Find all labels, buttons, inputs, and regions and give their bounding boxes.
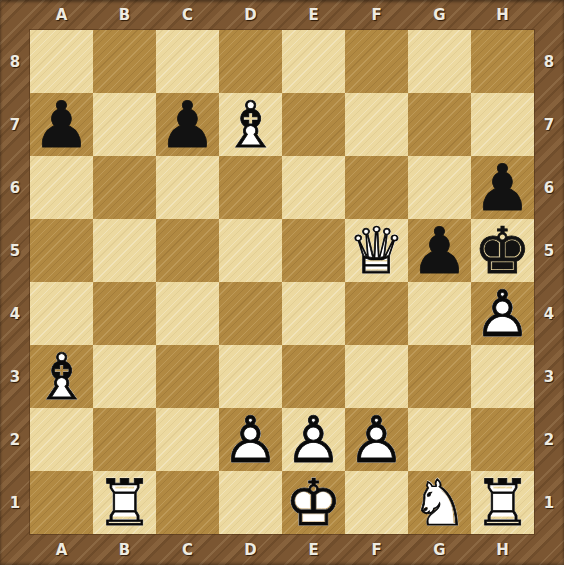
- file-label-top-a: A: [30, 0, 93, 30]
- chessboard-app: ABCDEFGH ABCDEFGH 87654321 87654321 ♟♟♝♗…: [0, 0, 564, 565]
- file-label-bottom-a: A: [30, 534, 93, 565]
- square-a4[interactable]: [30, 282, 93, 345]
- square-c7[interactable]: ♟: [156, 93, 219, 156]
- square-h1[interactable]: ♜♖: [471, 471, 534, 534]
- square-e2[interactable]: ♟♙: [282, 408, 345, 471]
- rank-label-left-1: 1: [0, 471, 30, 534]
- white-rook-outline: ♖: [93, 471, 156, 534]
- rank-label-right-7: 7: [534, 93, 564, 156]
- rank-label-left-4: 4: [0, 282, 30, 345]
- square-g5[interactable]: ♟: [408, 219, 471, 282]
- white-king-outline: ♔: [282, 471, 345, 534]
- square-b1[interactable]: ♜♖: [93, 471, 156, 534]
- square-f7[interactable]: [345, 93, 408, 156]
- square-g2[interactable]: [408, 408, 471, 471]
- black-pawn[interactable]: ♟: [156, 93, 219, 156]
- square-c6[interactable]: [156, 156, 219, 219]
- white-rook[interactable]: ♜♖: [471, 471, 534, 534]
- square-a5[interactable]: [30, 219, 93, 282]
- square-a2[interactable]: [30, 408, 93, 471]
- white-pawn-outline: ♙: [282, 408, 345, 471]
- white-rook-outline: ♖: [471, 471, 534, 534]
- square-c2[interactable]: [156, 408, 219, 471]
- square-c8[interactable]: [156, 30, 219, 93]
- square-c4[interactable]: [156, 282, 219, 345]
- white-knight-outline: ♘: [408, 471, 471, 534]
- square-c3[interactable]: [156, 345, 219, 408]
- rank-label-right-8: 8: [534, 30, 564, 93]
- file-label-bottom-e: E: [282, 534, 345, 565]
- file-labels-top: ABCDEFGH: [30, 0, 534, 30]
- white-pawn[interactable]: ♟♙: [345, 408, 408, 471]
- square-c5[interactable]: [156, 219, 219, 282]
- square-d2[interactable]: ♟♙: [219, 408, 282, 471]
- square-h5[interactable]: ♚: [471, 219, 534, 282]
- square-a8[interactable]: [30, 30, 93, 93]
- file-label-top-c: C: [156, 0, 219, 30]
- rank-labels-right: 87654321: [534, 30, 564, 534]
- square-a7[interactable]: ♟: [30, 93, 93, 156]
- white-bishop-outline: ♗: [219, 93, 282, 156]
- file-label-bottom-f: F: [345, 534, 408, 565]
- white-pawn-outline: ♙: [471, 282, 534, 345]
- rank-label-right-5: 5: [534, 219, 564, 282]
- rank-label-left-8: 8: [0, 30, 30, 93]
- black-pawn[interactable]: ♟: [471, 156, 534, 219]
- black-king[interactable]: ♚: [471, 219, 534, 282]
- square-g4[interactable]: [408, 282, 471, 345]
- square-a3[interactable]: ♝♗: [30, 345, 93, 408]
- square-h2[interactable]: [471, 408, 534, 471]
- square-h7[interactable]: [471, 93, 534, 156]
- square-h4[interactable]: ♟♙: [471, 282, 534, 345]
- white-rook[interactable]: ♜♖: [93, 471, 156, 534]
- file-label-top-b: B: [93, 0, 156, 30]
- square-e5[interactable]: [282, 219, 345, 282]
- square-e3[interactable]: [282, 345, 345, 408]
- black-pawn-glyph: ♟: [408, 219, 471, 282]
- rank-label-left-5: 5: [0, 219, 30, 282]
- file-label-top-d: D: [219, 0, 282, 30]
- square-c1[interactable]: [156, 471, 219, 534]
- rank-label-left-2: 2: [0, 408, 30, 471]
- rank-label-left-7: 7: [0, 93, 30, 156]
- square-h6[interactable]: ♟: [471, 156, 534, 219]
- square-h3[interactable]: [471, 345, 534, 408]
- square-b6[interactable]: [93, 156, 156, 219]
- square-g8[interactable]: [408, 30, 471, 93]
- white-pawn[interactable]: ♟♙: [282, 408, 345, 471]
- white-bishop-outline: ♗: [30, 345, 93, 408]
- square-d4[interactable]: [219, 282, 282, 345]
- rank-label-right-4: 4: [534, 282, 564, 345]
- square-d8[interactable]: [219, 30, 282, 93]
- rank-label-right-2: 2: [534, 408, 564, 471]
- square-f5[interactable]: ♛♕: [345, 219, 408, 282]
- square-b3[interactable]: [93, 345, 156, 408]
- file-label-bottom-h: H: [471, 534, 534, 565]
- square-d1[interactable]: [219, 471, 282, 534]
- file-label-bottom-d: D: [219, 534, 282, 565]
- square-f6[interactable]: [345, 156, 408, 219]
- square-g6[interactable]: [408, 156, 471, 219]
- square-e6[interactable]: [282, 156, 345, 219]
- white-queen[interactable]: ♛♕: [345, 219, 408, 282]
- square-f2[interactable]: ♟♙: [345, 408, 408, 471]
- rank-label-right-1: 1: [534, 471, 564, 534]
- square-f4[interactable]: [345, 282, 408, 345]
- square-h8[interactable]: [471, 30, 534, 93]
- file-label-bottom-b: B: [93, 534, 156, 565]
- white-king[interactable]: ♚♔: [282, 471, 345, 534]
- white-bishop[interactable]: ♝♗: [219, 93, 282, 156]
- white-knight[interactable]: ♞♘: [408, 471, 471, 534]
- square-e1[interactable]: ♚♔: [282, 471, 345, 534]
- square-f8[interactable]: [345, 30, 408, 93]
- square-e8[interactable]: [282, 30, 345, 93]
- square-g3[interactable]: [408, 345, 471, 408]
- rank-label-left-6: 6: [0, 156, 30, 219]
- white-bishop[interactable]: ♝♗: [30, 345, 93, 408]
- square-d5[interactable]: [219, 219, 282, 282]
- square-g1[interactable]: ♞♘: [408, 471, 471, 534]
- file-label-bottom-c: C: [156, 534, 219, 565]
- black-king-glyph: ♚: [471, 219, 534, 282]
- square-f3[interactable]: [345, 345, 408, 408]
- black-pawn-glyph: ♟: [30, 93, 93, 156]
- square-g7[interactable]: [408, 93, 471, 156]
- square-d6[interactable]: [219, 156, 282, 219]
- white-pawn[interactable]: ♟♙: [471, 282, 534, 345]
- black-pawn-glyph: ♟: [471, 156, 534, 219]
- square-b7[interactable]: [93, 93, 156, 156]
- rank-label-right-6: 6: [534, 156, 564, 219]
- black-pawn[interactable]: ♟: [408, 219, 471, 282]
- file-label-top-g: G: [408, 0, 471, 30]
- white-pawn[interactable]: ♟♙: [219, 408, 282, 471]
- white-pawn-outline: ♙: [345, 408, 408, 471]
- file-label-bottom-g: G: [408, 534, 471, 565]
- black-pawn-glyph: ♟: [156, 93, 219, 156]
- square-a6[interactable]: [30, 156, 93, 219]
- rank-labels-left: 87654321: [0, 30, 30, 534]
- square-b2[interactable]: [93, 408, 156, 471]
- chess-board: ♟♟♝♗♟♛♕♟♚♟♙♝♗♟♙♟♙♟♙♜♖♚♔♞♘♜♖: [30, 30, 534, 534]
- square-e4[interactable]: [282, 282, 345, 345]
- square-f1[interactable]: [345, 471, 408, 534]
- file-labels-bottom: ABCDEFGH: [30, 534, 534, 565]
- square-b5[interactable]: [93, 219, 156, 282]
- square-e7[interactable]: [282, 93, 345, 156]
- square-d3[interactable]: [219, 345, 282, 408]
- white-pawn-outline: ♙: [219, 408, 282, 471]
- square-b8[interactable]: [93, 30, 156, 93]
- file-label-top-e: E: [282, 0, 345, 30]
- rank-label-right-3: 3: [534, 345, 564, 408]
- white-queen-outline: ♕: [345, 219, 408, 282]
- file-label-top-h: H: [471, 0, 534, 30]
- square-a1[interactable]: [30, 471, 93, 534]
- rank-label-left-3: 3: [0, 345, 30, 408]
- square-b4[interactable]: [93, 282, 156, 345]
- black-pawn[interactable]: ♟: [30, 93, 93, 156]
- square-d7[interactable]: ♝♗: [219, 93, 282, 156]
- file-label-top-f: F: [345, 0, 408, 30]
